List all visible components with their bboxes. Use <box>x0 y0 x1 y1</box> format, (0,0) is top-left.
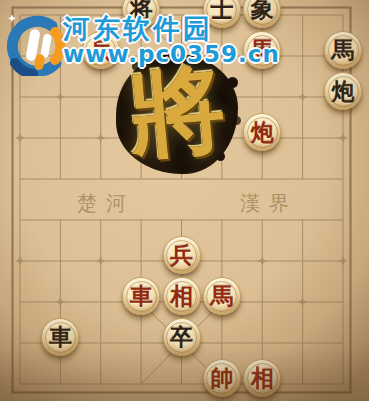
hedong-software-logo-icon <box>3 12 65 76</box>
piece-black-chariot[interactable]: 車 <box>41 318 79 356</box>
piece-red-general[interactable]: 帥 <box>203 359 241 397</box>
piece-character: 卒 <box>170 326 193 349</box>
watermark-url: www.pc0359.cn <box>63 41 280 67</box>
piece-character: 相 <box>251 367 274 390</box>
check-character: 將 <box>111 49 243 179</box>
piece-character: 車 <box>130 285 153 308</box>
piece-character: 炮 <box>251 121 274 144</box>
piece-character: 帥 <box>210 367 233 390</box>
piece-character: 馬 <box>210 285 233 308</box>
piece-red-elephant[interactable]: 相 <box>243 359 281 397</box>
piece-red-cannon[interactable]: 炮 <box>243 113 281 151</box>
piece-character: 相 <box>170 285 193 308</box>
piece-black-soldier[interactable]: 卒 <box>163 318 201 356</box>
piece-red-soldier[interactable]: 兵 <box>163 236 201 274</box>
piece-red-elephant[interactable]: 相 <box>163 277 201 315</box>
piece-red-chariot[interactable]: 車 <box>122 277 160 315</box>
piece-character: 車 <box>49 326 72 349</box>
piece-character: 兵 <box>170 244 193 267</box>
piece-character: 炮 <box>332 80 355 103</box>
xiangqi-game-screen: 楚河 漢界 将士象兵馬馬車炮炮兵車相馬車卒帥相 將 河东软件园 www.pc03… <box>0 0 369 401</box>
piece-red-horse[interactable]: 馬 <box>203 277 241 315</box>
piece-black-cannon[interactable]: 炮 <box>324 72 362 110</box>
check-effect: 將 <box>116 54 238 174</box>
